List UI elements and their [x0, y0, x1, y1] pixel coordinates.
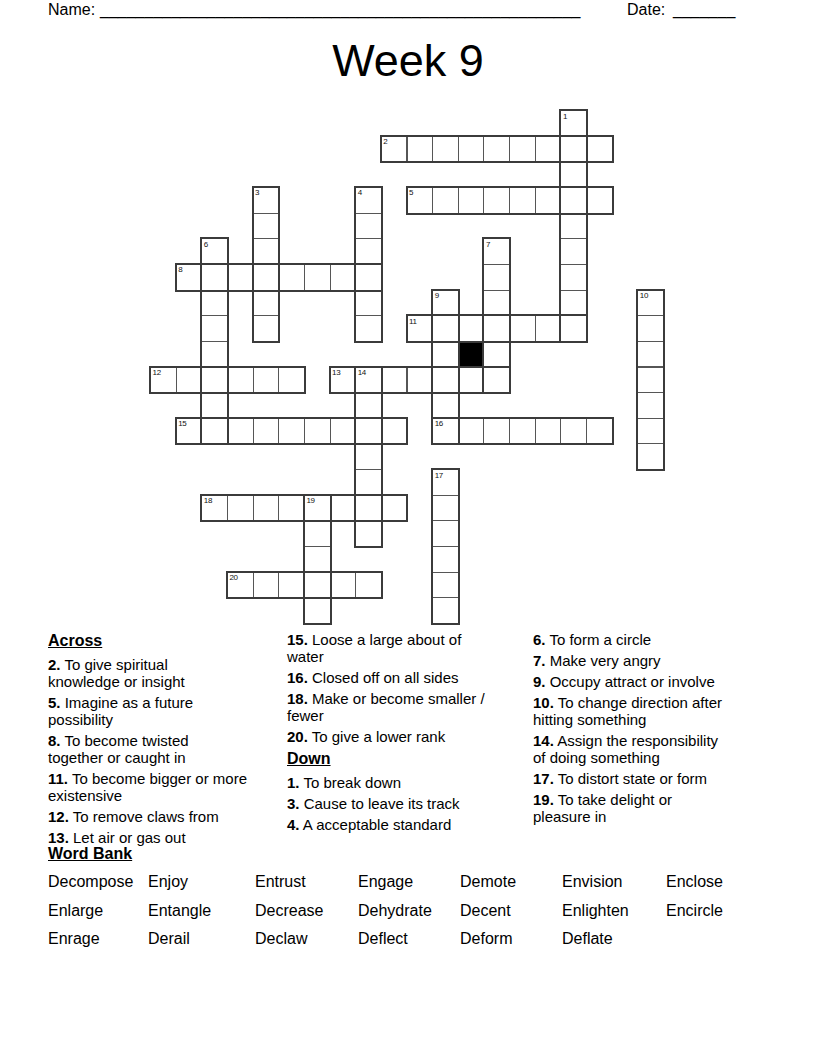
grid-cell[interactable]	[355, 392, 382, 419]
word-bank-item: Declaw	[255, 929, 358, 949]
clue-number-label: 12.	[48, 808, 69, 825]
grid-cell[interactable]	[560, 290, 587, 317]
grid-cell[interactable]	[355, 315, 382, 342]
word-bank-item: Enjoy	[148, 872, 255, 892]
clue-text: To become bigger or more existensive	[48, 770, 247, 804]
clue-number-label: 16.	[287, 669, 308, 686]
clue-number: 2	[383, 137, 387, 146]
grid-cell[interactable]	[458, 418, 485, 445]
grid-cell[interactable]	[330, 264, 357, 291]
grid-cell[interactable]	[483, 367, 510, 394]
grid-cell[interactable]	[432, 315, 459, 342]
clue-text: To break down	[300, 774, 401, 791]
grid-cell[interactable]	[253, 315, 280, 342]
grid-cell[interactable]	[509, 187, 536, 214]
clue-text: To take delight or pleasure in	[533, 791, 672, 825]
clue-text: Loose a large about of water	[287, 631, 461, 665]
grid-cell[interactable]	[253, 495, 280, 522]
page-title: Week 9	[0, 36, 816, 86]
grid-cell[interactable]	[227, 418, 254, 445]
clue-text: Closed off on all sides	[308, 669, 459, 686]
clue-text: A acceptable standard	[300, 816, 452, 833]
grid-cell[interactable]	[227, 367, 254, 394]
clue-number: 6	[204, 240, 208, 249]
grid-cell[interactable]	[560, 264, 587, 291]
grid-cell[interactable]	[304, 546, 331, 573]
grid-cell[interactable]	[509, 418, 536, 445]
clue-11: 11. To become bigger or more existensive	[48, 770, 284, 804]
word-bank-item: Entangle	[148, 901, 255, 921]
clue-number-label: 20.	[287, 728, 308, 745]
grid-cell[interactable]	[535, 187, 562, 214]
grid-cell[interactable]	[483, 187, 510, 214]
grid-cell[interactable]	[278, 572, 305, 599]
clue-text: Occupy attract or involve	[546, 673, 715, 690]
word-bank-label: Word Bank	[48, 844, 132, 864]
grid-cell[interactable]	[330, 572, 357, 599]
grid-cell[interactable]	[458, 367, 485, 394]
word-bank-item: Enlarge	[48, 901, 148, 921]
grid-cell[interactable]	[201, 392, 228, 419]
grid-cell[interactable]	[637, 443, 664, 470]
word-bank-item: Deform	[460, 929, 562, 949]
grid-cell[interactable]	[535, 136, 562, 163]
clue-number: 12	[153, 368, 161, 377]
clue-number: 19	[306, 496, 314, 505]
grid-cell[interactable]	[560, 418, 587, 445]
grid-cell[interactable]	[381, 418, 408, 445]
clue-17: 17. To distort state or form	[533, 770, 805, 787]
clue-number-label: 10.	[533, 694, 554, 711]
grid-cell[interactable]	[483, 341, 510, 368]
clue-number: 18	[204, 496, 212, 505]
grid-cell[interactable]	[560, 213, 587, 240]
clue-2: 2. To give spiritual knowledge or insigh…	[48, 656, 284, 690]
grid-cell[interactable]	[560, 187, 587, 214]
grid-cell[interactable]	[253, 418, 280, 445]
clue-text: Cause to leave its track	[300, 795, 460, 812]
clue-number-label: 6.	[533, 631, 546, 648]
grid-cell[interactable]	[355, 238, 382, 265]
clue-text: Assign the responsibility of doing somet…	[533, 732, 718, 766]
clue-text: Make very angry	[546, 652, 661, 669]
grid-cell[interactable]	[201, 264, 228, 291]
grid-cell[interactable]	[586, 136, 613, 163]
clue-number-label: 19.	[533, 791, 554, 808]
grid-cell[interactable]	[201, 367, 228, 394]
grid-cell[interactable]	[432, 597, 459, 624]
black-cell	[458, 341, 485, 368]
clue-number: 14	[358, 368, 366, 377]
clue-18: 18. Make or become smaller / fewer	[287, 690, 545, 724]
grid-cell[interactable]	[201, 341, 228, 368]
grid-cell[interactable]	[560, 136, 587, 163]
grid-cell[interactable]	[458, 136, 485, 163]
grid-cell[interactable]	[355, 520, 382, 547]
word-bank: DecomposeEnjoyEntrustEngageDemoteEnvisio…	[48, 872, 778, 958]
grid-cell[interactable]	[253, 213, 280, 240]
grid-cell[interactable]	[227, 495, 254, 522]
clue-20: 20. To give a lower rank	[287, 728, 545, 745]
grid-cell[interactable]	[483, 418, 510, 445]
grid-cell[interactable]	[304, 597, 331, 624]
clue-section-header: Across	[48, 631, 284, 650]
grid-cell[interactable]	[637, 392, 664, 419]
clue-section-header: Down	[287, 749, 545, 768]
grid-cell[interactable]	[176, 367, 203, 394]
word-bank-item: Demote	[460, 872, 562, 892]
grid-cell[interactable]	[278, 264, 305, 291]
clue-number: 1	[563, 112, 567, 121]
grid-cell[interactable]	[509, 315, 536, 342]
crossword-grid: 2581112131516182013467910141719	[150, 110, 666, 626]
word-bank-item: Decent	[460, 901, 562, 921]
grid-cell[interactable]	[432, 136, 459, 163]
grid-cell[interactable]	[355, 290, 382, 317]
clues-column-down: 6. To form a circle7. Make very angry9. …	[533, 631, 805, 829]
word-bank-item: Dehydrate	[358, 901, 460, 921]
word-bank-item: Envision	[562, 872, 666, 892]
clue-number-label: 1.	[287, 774, 300, 791]
word-bank-item: Decrease	[255, 901, 358, 921]
word-bank-item: Deflate	[562, 929, 666, 949]
clue-number-label: 14.	[533, 732, 554, 749]
clue-text: Imagine as a future possibility	[48, 694, 193, 728]
grid-cell[interactable]	[304, 418, 331, 445]
clue-19: 19. To take delight or pleasure in	[533, 791, 805, 825]
clue-number-label: 18.	[287, 690, 308, 707]
clue-number: 5	[409, 188, 413, 197]
grid-cell[interactable]	[355, 213, 382, 240]
grid-cell[interactable]	[637, 315, 664, 342]
clue-text: To distort state or form	[554, 770, 707, 787]
clue-number: 17	[435, 471, 443, 480]
clue-number-label: 2.	[48, 656, 61, 673]
grid-cell[interactable]	[432, 520, 459, 547]
grid-cell[interactable]	[432, 495, 459, 522]
word-bank-item: Decompose	[48, 872, 148, 892]
grid-cell[interactable]	[330, 495, 357, 522]
word-bank-item: Entrust	[255, 872, 358, 892]
grid-cell[interactable]	[432, 341, 459, 368]
grid-cell[interactable]	[278, 367, 305, 394]
clue-15: 15. Loose a large about of water	[287, 631, 545, 665]
grid-cell[interactable]	[432, 572, 459, 599]
grid-cell[interactable]	[483, 264, 510, 291]
grid-cell[interactable]	[304, 520, 331, 547]
clue-14: 14. Assign the responsibility of doing s…	[533, 732, 805, 766]
word-bank-item: Encircle	[666, 901, 778, 921]
date-label: Date:	[627, 1, 665, 19]
word-bank-item: Deflect	[358, 929, 460, 949]
clue-number-label: 7.	[533, 652, 546, 669]
grid-cell[interactable]	[560, 238, 587, 265]
clue-12: 12. To remove claws from	[48, 808, 284, 825]
clue-number-label: 8.	[48, 732, 61, 749]
clue-number: 11	[409, 317, 417, 326]
clue-number: 9	[435, 291, 439, 300]
grid-cell[interactable]	[355, 443, 382, 470]
grid-cell[interactable]	[304, 572, 331, 599]
grid-cell[interactable]	[637, 418, 664, 445]
word-bank-item: Enclose	[666, 872, 778, 892]
grid-cell[interactable]	[253, 238, 280, 265]
clue-9: 9. Occupy attract or involve	[533, 673, 805, 690]
grid-cell[interactable]	[586, 418, 613, 445]
grid-cell[interactable]	[637, 341, 664, 368]
clue-number: 8	[178, 265, 182, 274]
clue-number: 7	[486, 240, 490, 249]
grid-cell[interactable]	[560, 315, 587, 342]
grid-cell[interactable]	[432, 392, 459, 419]
grid-cell[interactable]	[381, 367, 408, 394]
word-bank-item: Enlighten	[562, 901, 666, 921]
date-blank-line[interactable]: _______	[673, 1, 735, 19]
clue-16: 16. Closed off on all sides	[287, 669, 545, 686]
word-bank-item: Enrage	[48, 929, 148, 949]
grid-cell[interactable]	[278, 495, 305, 522]
clue-number-label: 9.	[533, 673, 546, 690]
grid-cell[interactable]	[432, 546, 459, 573]
name-blank-line[interactable]: ________________________________________…	[100, 1, 581, 19]
grid-cell[interactable]	[483, 136, 510, 163]
clue-text: To remove claws from	[69, 808, 219, 825]
clue-5: 5. Imagine as a future possibility	[48, 694, 284, 728]
grid-cell[interactable]	[201, 290, 228, 317]
clue-1: 1. To break down	[287, 774, 545, 791]
grid-cell[interactable]	[201, 418, 228, 445]
clue-text: To form a circle	[546, 631, 652, 648]
clue-number: 3	[255, 188, 259, 197]
clue-number-label: 15.	[287, 631, 308, 648]
clue-text: To give spiritual knowledge or insight	[48, 656, 185, 690]
grid-cell[interactable]	[637, 367, 664, 394]
clue-text: To give a lower rank	[308, 728, 445, 745]
clue-number: 15	[178, 419, 186, 428]
grid-cell[interactable]	[483, 290, 510, 317]
clue-8: 8. To become twisted together or caught …	[48, 732, 284, 766]
grid-cell[interactable]	[304, 264, 331, 291]
clue-number: 16	[435, 419, 443, 428]
grid-cell[interactable]	[253, 264, 280, 291]
grid-cell[interactable]	[253, 290, 280, 317]
clue-number: 10	[640, 291, 648, 300]
grid-cell[interactable]	[355, 495, 382, 522]
clue-text: To change direction after hitting someth…	[533, 694, 722, 728]
clue-number-label: 17.	[533, 770, 554, 787]
grid-cell[interactable]	[330, 418, 357, 445]
word-bank-item: Derail	[148, 929, 255, 949]
grid-cell[interactable]	[586, 187, 613, 214]
clue-text: To become twisted together or caught in	[48, 732, 189, 766]
grid-cell[interactable]	[227, 264, 254, 291]
clue-6: 6. To form a circle	[533, 631, 805, 648]
grid-cell[interactable]	[278, 418, 305, 445]
word-bank-item: Engage	[358, 872, 460, 892]
clue-number-label: 4.	[287, 816, 300, 833]
clue-3: 3. Cause to leave its track	[287, 795, 545, 812]
clue-number: 13	[332, 368, 340, 377]
clue-number-label: 3.	[287, 795, 300, 812]
grid-cell[interactable]	[458, 315, 485, 342]
clues-column-across: Across2. To give spiritual knowledge or …	[48, 631, 284, 850]
grid-cell[interactable]	[535, 418, 562, 445]
grid-cell[interactable]	[407, 136, 434, 163]
grid-cell[interactable]	[253, 367, 280, 394]
clue-number-label: 11.	[48, 770, 68, 787]
clue-number: 4	[358, 188, 362, 197]
name-label: Name:	[48, 1, 95, 19]
grid-cell[interactable]	[355, 469, 382, 496]
grid-cell[interactable]	[407, 367, 434, 394]
grid-cell[interactable]	[432, 367, 459, 394]
grid-cell[interactable]	[355, 418, 382, 445]
grid-cell[interactable]	[483, 315, 510, 342]
grid-cell[interactable]	[560, 161, 587, 188]
grid-cell[interactable]	[381, 495, 408, 522]
clue-number-label: 5.	[48, 694, 61, 711]
grid-cell[interactable]	[355, 264, 382, 291]
grid-cell[interactable]	[432, 187, 459, 214]
clues-column-middle: 15. Loose a large about of water16. Clos…	[287, 631, 545, 837]
clue-10: 10. To change direction after hitting so…	[533, 694, 805, 728]
grid-cell[interactable]	[355, 572, 382, 599]
grid-cell[interactable]	[458, 187, 485, 214]
clue-7: 7. Make very angry	[533, 652, 805, 669]
clue-text: Make or become smaller / fewer	[287, 690, 485, 724]
clue-number: 20	[229, 573, 237, 582]
grid-cell[interactable]	[253, 572, 280, 599]
clue-4: 4. A acceptable standard	[287, 816, 545, 833]
grid-cell[interactable]	[201, 315, 228, 342]
grid-cell[interactable]	[509, 136, 536, 163]
grid-cell[interactable]	[535, 315, 562, 342]
